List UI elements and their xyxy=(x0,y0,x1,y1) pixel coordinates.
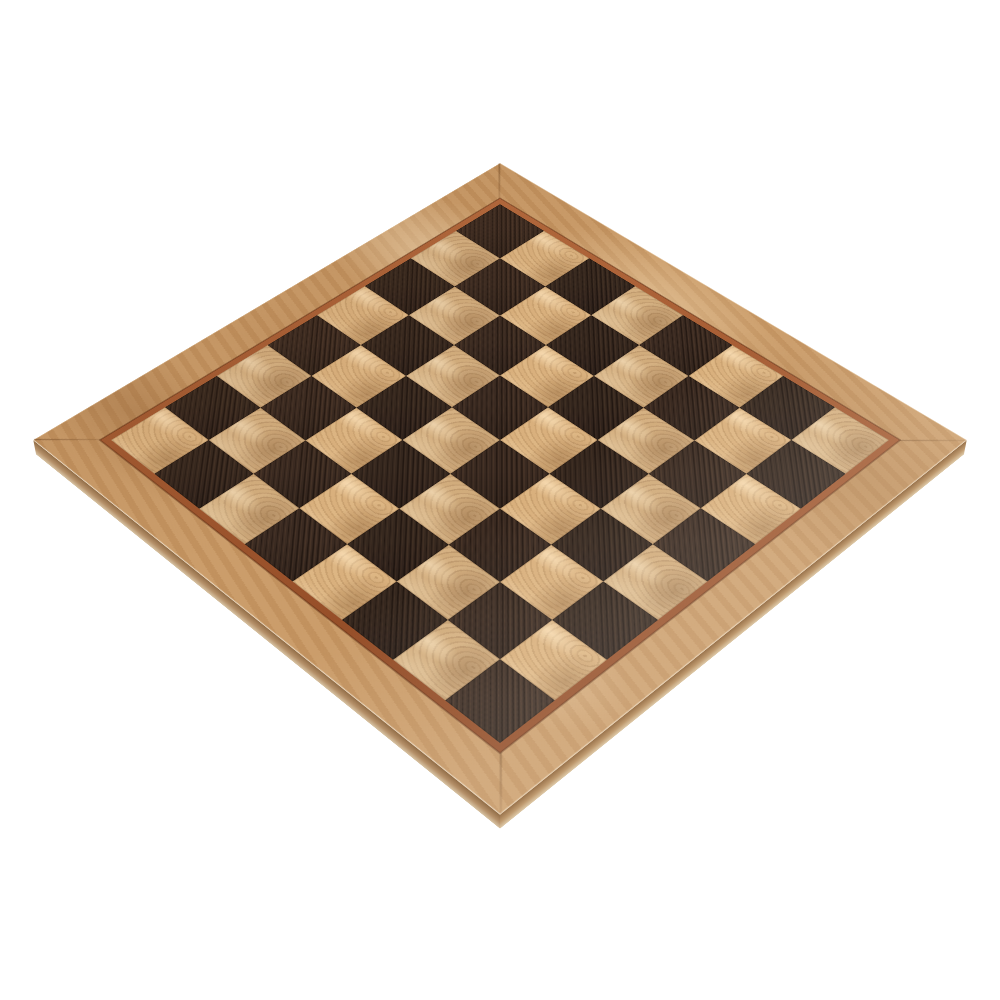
square-r7c3 xyxy=(245,508,347,581)
square-r6c4 xyxy=(347,508,449,581)
square-r5c7 xyxy=(553,581,658,659)
square-r6c3 xyxy=(299,474,399,545)
miter-seam-bottom xyxy=(500,742,502,813)
square-r3c6 xyxy=(600,474,700,545)
square-r6c6 xyxy=(447,581,552,659)
square-r5c5 xyxy=(449,508,551,581)
board-face xyxy=(33,163,966,814)
square-r7c7 xyxy=(445,659,554,743)
square-r6c5 xyxy=(396,544,500,619)
square-r7c1 xyxy=(154,440,253,508)
square-r6c2 xyxy=(253,440,352,508)
square-r5c6 xyxy=(500,544,604,619)
square-r3c5 xyxy=(549,440,648,508)
square-r4c7 xyxy=(604,544,708,619)
chess-board-grid xyxy=(111,204,889,743)
miter-seam-right xyxy=(888,440,966,441)
square-r5c4 xyxy=(400,474,500,545)
square-r7c6 xyxy=(393,620,500,701)
square-r7c4 xyxy=(293,544,397,619)
square-r5c3 xyxy=(352,440,451,508)
square-r6c7 xyxy=(500,620,607,701)
square-r1c7 xyxy=(747,440,846,508)
board-photo xyxy=(0,0,1000,1000)
square-r2c7 xyxy=(701,474,801,545)
square-r4c6 xyxy=(551,508,653,581)
square-r7c2 xyxy=(199,474,299,545)
square-r4c4 xyxy=(451,440,550,508)
square-r7c5 xyxy=(342,581,447,659)
square-r3c7 xyxy=(653,508,755,581)
chessboard xyxy=(33,163,966,814)
square-r2c6 xyxy=(648,440,747,508)
square-r4c5 xyxy=(500,474,600,545)
